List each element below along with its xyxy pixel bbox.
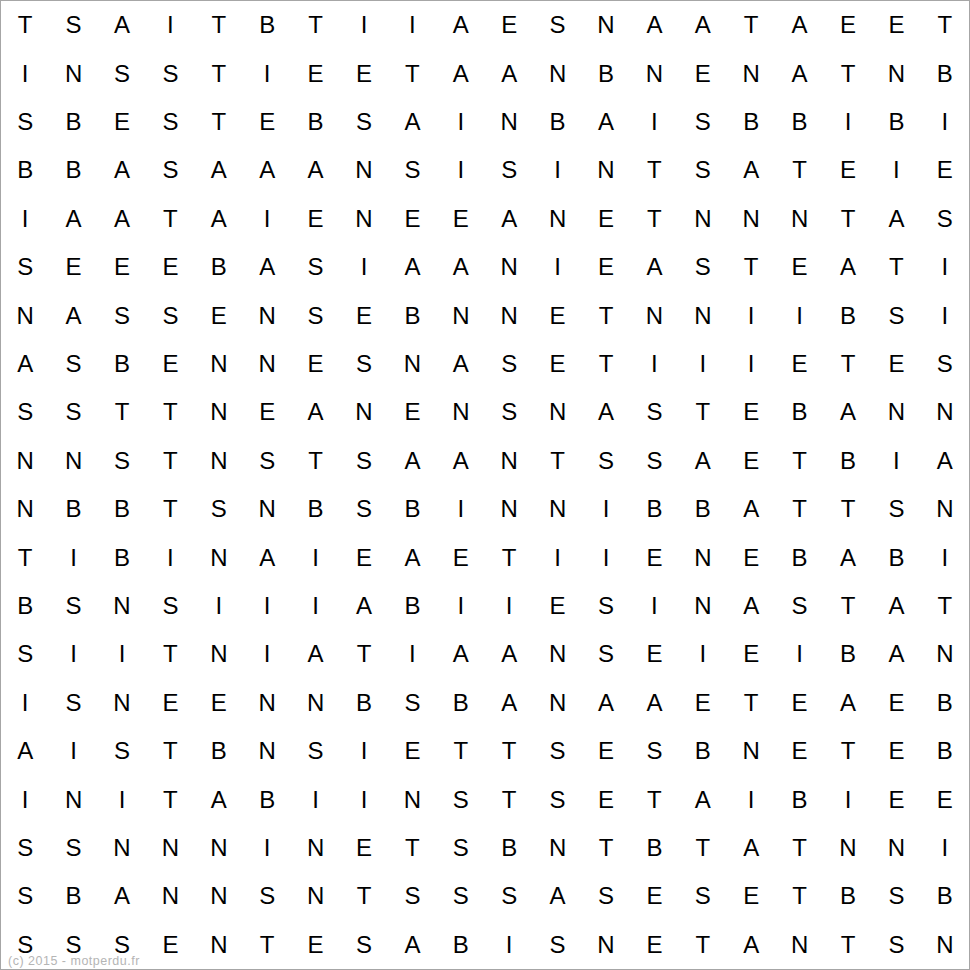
grid-cell[interactable]: S [437, 824, 485, 872]
grid-cell[interactable]: T [98, 388, 146, 436]
grid-cell[interactable]: T [291, 437, 339, 485]
grid-cell[interactable]: S [49, 582, 97, 630]
grid-cell[interactable]: B [437, 921, 485, 969]
grid-cell[interactable]: S [146, 98, 194, 146]
grid-cell[interactable]: T [437, 727, 485, 775]
grid-cell[interactable]: N [146, 872, 194, 920]
grid-cell[interactable]: T [485, 533, 533, 581]
grid-cell[interactable]: E [195, 679, 243, 727]
grid-cell[interactable]: A [98, 872, 146, 920]
grid-cell[interactable]: T [630, 195, 678, 243]
grid-cell[interactable]: N [921, 630, 969, 678]
grid-cell[interactable]: A [1, 727, 49, 775]
grid-cell[interactable]: I [1, 775, 49, 823]
grid-cell[interactable]: T [775, 437, 823, 485]
grid-cell[interactable]: T [485, 727, 533, 775]
grid-cell[interactable]: T [388, 49, 436, 97]
grid-cell[interactable]: I [727, 340, 775, 388]
grid-cell[interactable]: S [533, 775, 581, 823]
grid-cell[interactable]: A [872, 630, 920, 678]
grid-cell[interactable]: S [291, 291, 339, 339]
grid-cell[interactable]: B [630, 824, 678, 872]
grid-cell[interactable]: S [630, 437, 678, 485]
grid-cell[interactable]: E [533, 291, 581, 339]
grid-cell[interactable]: N [872, 49, 920, 97]
grid-cell[interactable]: S [49, 824, 97, 872]
grid-cell[interactable]: A [49, 195, 97, 243]
grid-cell[interactable]: A [388, 533, 436, 581]
grid-cell[interactable]: E [195, 291, 243, 339]
grid-cell[interactable]: I [921, 533, 969, 581]
grid-cell[interactable]: S [388, 872, 436, 920]
grid-cell[interactable]: S [582, 582, 630, 630]
grid-cell[interactable]: N [533, 485, 581, 533]
grid-cell[interactable]: A [291, 388, 339, 436]
grid-cell[interactable]: B [872, 98, 920, 146]
grid-cell[interactable]: B [1, 582, 49, 630]
grid-cell[interactable]: E [291, 49, 339, 97]
grid-cell[interactable]: E [582, 195, 630, 243]
grid-cell[interactable]: T [824, 921, 872, 969]
grid-cell[interactable]: E [388, 727, 436, 775]
grid-cell[interactable]: I [775, 630, 823, 678]
grid-cell[interactable]: S [388, 146, 436, 194]
grid-cell[interactable]: E [872, 727, 920, 775]
grid-cell[interactable]: A [727, 146, 775, 194]
grid-cell[interactable]: E [775, 727, 823, 775]
grid-cell[interactable]: S [340, 98, 388, 146]
grid-cell[interactable]: A [582, 679, 630, 727]
grid-cell[interactable]: T [146, 437, 194, 485]
grid-cell[interactable]: I [921, 98, 969, 146]
grid-cell[interactable]: E [775, 679, 823, 727]
grid-cell[interactable]: B [49, 485, 97, 533]
grid-cell[interactable]: I [775, 291, 823, 339]
grid-cell[interactable]: A [872, 582, 920, 630]
grid-cell[interactable]: B [679, 727, 727, 775]
grid-cell[interactable]: N [533, 630, 581, 678]
grid-cell[interactable]: B [98, 533, 146, 581]
grid-cell[interactable]: B [243, 775, 291, 823]
grid-cell[interactable]: S [1, 243, 49, 291]
grid-cell[interactable]: B [243, 1, 291, 49]
grid-cell[interactable]: E [630, 872, 678, 920]
grid-cell[interactable]: N [195, 921, 243, 969]
grid-cell[interactable]: I [49, 533, 97, 581]
grid-cell[interactable]: I [291, 775, 339, 823]
grid-cell[interactable]: A [437, 243, 485, 291]
grid-cell[interactable]: N [388, 340, 436, 388]
grid-cell[interactable]: T [533, 437, 581, 485]
grid-cell[interactable]: N [243, 679, 291, 727]
grid-cell[interactable]: S [533, 727, 581, 775]
grid-cell[interactable]: A [485, 630, 533, 678]
grid-cell[interactable]: S [146, 49, 194, 97]
grid-cell[interactable]: E [533, 582, 581, 630]
grid-cell[interactable]: N [485, 291, 533, 339]
grid-cell[interactable]: E [340, 49, 388, 97]
grid-cell[interactable]: N [49, 775, 97, 823]
grid-cell[interactable]: T [195, 49, 243, 97]
grid-cell[interactable]: E [582, 243, 630, 291]
grid-cell[interactable]: E [533, 340, 581, 388]
grid-cell[interactable]: E [146, 679, 194, 727]
grid-cell[interactable]: A [243, 243, 291, 291]
grid-cell[interactable]: B [49, 98, 97, 146]
grid-cell[interactable]: A [630, 243, 678, 291]
grid-cell[interactable]: T [243, 921, 291, 969]
grid-cell[interactable]: A [727, 824, 775, 872]
grid-cell[interactable]: S [533, 921, 581, 969]
grid-cell[interactable]: T [146, 388, 194, 436]
grid-cell[interactable]: S [1, 630, 49, 678]
grid-cell[interactable]: T [775, 872, 823, 920]
grid-cell[interactable]: T [146, 727, 194, 775]
grid-cell[interactable]: S [1, 872, 49, 920]
grid-cell[interactable]: S [872, 485, 920, 533]
grid-cell[interactable]: I [921, 824, 969, 872]
grid-cell[interactable]: A [291, 630, 339, 678]
grid-cell[interactable]: I [630, 340, 678, 388]
grid-cell[interactable]: I [679, 340, 727, 388]
grid-cell[interactable]: A [98, 195, 146, 243]
grid-cell[interactable]: S [146, 291, 194, 339]
grid-cell[interactable]: T [630, 146, 678, 194]
grid-cell[interactable]: A [437, 49, 485, 97]
grid-cell[interactable]: E [98, 98, 146, 146]
grid-cell[interactable]: I [243, 630, 291, 678]
grid-cell[interactable]: T [775, 485, 823, 533]
grid-cell[interactable]: I [533, 243, 581, 291]
grid-cell[interactable]: T [1, 1, 49, 49]
grid-cell[interactable]: B [98, 340, 146, 388]
grid-cell[interactable]: S [98, 727, 146, 775]
grid-cell[interactable]: S [582, 872, 630, 920]
grid-cell[interactable]: I [485, 582, 533, 630]
grid-cell[interactable]: A [437, 340, 485, 388]
grid-cell[interactable]: S [485, 340, 533, 388]
grid-cell[interactable]: E [727, 388, 775, 436]
grid-cell[interactable]: S [630, 388, 678, 436]
grid-cell[interactable]: N [727, 727, 775, 775]
grid-cell[interactable]: B [49, 146, 97, 194]
grid-cell[interactable]: A [243, 146, 291, 194]
grid-cell[interactable]: I [243, 49, 291, 97]
grid-cell[interactable]: S [340, 437, 388, 485]
grid-cell[interactable]: N [775, 195, 823, 243]
grid-cell[interactable]: N [582, 921, 630, 969]
grid-cell[interactable]: B [775, 98, 823, 146]
grid-cell[interactable]: B [533, 98, 581, 146]
grid-cell[interactable]: A [727, 582, 775, 630]
grid-cell[interactable]: B [824, 291, 872, 339]
grid-cell[interactable]: S [679, 872, 727, 920]
grid-cell[interactable]: E [679, 679, 727, 727]
grid-cell[interactable]: S [340, 340, 388, 388]
grid-cell[interactable]: I [243, 582, 291, 630]
grid-cell[interactable]: T [679, 921, 727, 969]
grid-cell[interactable]: B [921, 679, 969, 727]
grid-cell[interactable]: A [582, 388, 630, 436]
grid-cell[interactable]: T [340, 630, 388, 678]
grid-cell[interactable]: N [727, 49, 775, 97]
grid-cell[interactable]: N [679, 533, 727, 581]
grid-cell[interactable]: B [824, 872, 872, 920]
grid-cell[interactable]: A [437, 437, 485, 485]
grid-cell[interactable]: T [679, 388, 727, 436]
grid-cell[interactable]: I [921, 243, 969, 291]
grid-cell[interactable]: S [1, 824, 49, 872]
grid-cell[interactable]: E [727, 533, 775, 581]
grid-cell[interactable]: B [485, 824, 533, 872]
grid-cell[interactable]: N [533, 388, 581, 436]
grid-cell[interactable]: N [921, 921, 969, 969]
grid-cell[interactable]: S [98, 49, 146, 97]
grid-cell[interactable]: I [146, 1, 194, 49]
grid-cell[interactable]: S [485, 872, 533, 920]
grid-cell[interactable]: I [146, 533, 194, 581]
grid-cell[interactable]: N [630, 49, 678, 97]
grid-cell[interactable]: B [195, 243, 243, 291]
grid-cell[interactable]: A [485, 679, 533, 727]
grid-cell[interactable]: N [291, 872, 339, 920]
grid-cell[interactable]: S [485, 146, 533, 194]
grid-cell[interactable]: I [49, 727, 97, 775]
grid-cell[interactable]: A [824, 679, 872, 727]
grid-cell[interactable]: A [98, 146, 146, 194]
grid-cell[interactable]: A [388, 98, 436, 146]
grid-cell[interactable]: N [485, 98, 533, 146]
grid-cell[interactable]: E [291, 195, 339, 243]
grid-cell[interactable]: T [727, 679, 775, 727]
grid-cell[interactable]: A [872, 195, 920, 243]
grid-cell[interactable]: B [630, 485, 678, 533]
grid-cell[interactable]: S [98, 921, 146, 969]
grid-cell[interactable]: T [146, 630, 194, 678]
grid-cell[interactable]: I [824, 775, 872, 823]
grid-cell[interactable]: A [824, 388, 872, 436]
grid-cell[interactable]: E [872, 340, 920, 388]
grid-cell[interactable]: S [291, 727, 339, 775]
grid-cell[interactable]: N [49, 49, 97, 97]
grid-cell[interactable]: B [195, 727, 243, 775]
grid-cell[interactable]: I [388, 630, 436, 678]
grid-cell[interactable]: N [485, 437, 533, 485]
grid-cell[interactable]: N [485, 485, 533, 533]
grid-cell[interactable]: T [582, 291, 630, 339]
grid-cell[interactable]: I [727, 775, 775, 823]
grid-cell[interactable]: E [388, 388, 436, 436]
grid-cell[interactable]: S [49, 1, 97, 49]
grid-cell[interactable]: I [388, 1, 436, 49]
grid-cell[interactable]: E [872, 679, 920, 727]
grid-cell[interactable]: T [582, 824, 630, 872]
grid-cell[interactable]: N [291, 824, 339, 872]
grid-cell[interactable]: B [437, 679, 485, 727]
grid-cell[interactable]: S [146, 146, 194, 194]
grid-cell[interactable]: S [872, 921, 920, 969]
grid-cell[interactable]: N [340, 388, 388, 436]
grid-cell[interactable]: E [485, 1, 533, 49]
grid-cell[interactable]: A [388, 921, 436, 969]
grid-cell[interactable]: T [485, 775, 533, 823]
grid-cell[interactable]: B [727, 98, 775, 146]
grid-cell[interactable]: A [437, 630, 485, 678]
grid-cell[interactable]: S [1, 98, 49, 146]
grid-cell[interactable]: N [437, 388, 485, 436]
grid-cell[interactable]: I [1, 195, 49, 243]
grid-cell[interactable]: I [533, 146, 581, 194]
grid-cell[interactable]: T [775, 824, 823, 872]
grid-cell[interactable]: S [340, 921, 388, 969]
grid-cell[interactable]: A [388, 243, 436, 291]
grid-cell[interactable]: S [49, 921, 97, 969]
grid-cell[interactable]: T [872, 243, 920, 291]
grid-cell[interactable]: N [98, 679, 146, 727]
grid-cell[interactable]: A [195, 775, 243, 823]
grid-cell[interactable]: A [824, 533, 872, 581]
grid-cell[interactable]: E [291, 921, 339, 969]
grid-cell[interactable]: T [582, 340, 630, 388]
grid-cell[interactable]: E [679, 49, 727, 97]
grid-cell[interactable]: A [485, 49, 533, 97]
grid-cell[interactable]: T [388, 824, 436, 872]
grid-cell[interactable]: T [824, 582, 872, 630]
grid-cell[interactable]: A [679, 437, 727, 485]
grid-cell[interactable]: N [146, 824, 194, 872]
grid-cell[interactable]: S [437, 872, 485, 920]
grid-cell[interactable]: I [824, 98, 872, 146]
grid-cell[interactable]: E [49, 243, 97, 291]
grid-cell[interactable]: N [533, 824, 581, 872]
grid-cell[interactable]: E [582, 775, 630, 823]
grid-cell[interactable]: A [533, 872, 581, 920]
grid-cell[interactable]: B [921, 872, 969, 920]
grid-cell[interactable]: A [630, 1, 678, 49]
grid-cell[interactable]: T [340, 872, 388, 920]
grid-cell[interactable]: E [727, 872, 775, 920]
grid-cell[interactable]: E [98, 243, 146, 291]
grid-cell[interactable]: S [679, 98, 727, 146]
grid-cell[interactable]: N [872, 824, 920, 872]
grid-cell[interactable]: I [1, 679, 49, 727]
grid-cell[interactable]: E [872, 775, 920, 823]
grid-cell[interactable]: N [727, 195, 775, 243]
grid-cell[interactable]: T [630, 775, 678, 823]
grid-cell[interactable]: S [340, 485, 388, 533]
grid-cell[interactable]: A [1, 340, 49, 388]
grid-cell[interactable]: I [437, 582, 485, 630]
grid-cell[interactable]: A [727, 485, 775, 533]
grid-cell[interactable]: B [49, 872, 97, 920]
grid-cell[interactable]: E [630, 533, 678, 581]
grid-cell[interactable]: A [679, 1, 727, 49]
grid-cell[interactable]: T [679, 824, 727, 872]
grid-cell[interactable]: I [243, 824, 291, 872]
grid-cell[interactable]: I [727, 291, 775, 339]
grid-cell[interactable]: T [727, 243, 775, 291]
grid-cell[interactable]: E [437, 195, 485, 243]
grid-cell[interactable]: S [533, 1, 581, 49]
grid-cell[interactable]: N [195, 437, 243, 485]
grid-cell[interactable]: I [243, 195, 291, 243]
grid-cell[interactable]: E [388, 195, 436, 243]
grid-cell[interactable]: I [630, 582, 678, 630]
grid-cell[interactable]: E [243, 388, 291, 436]
grid-cell[interactable]: A [98, 1, 146, 49]
grid-cell[interactable]: S [582, 630, 630, 678]
grid-cell[interactable]: E [630, 630, 678, 678]
grid-cell[interactable]: I [340, 1, 388, 49]
grid-cell[interactable]: S [775, 582, 823, 630]
grid-cell[interactable]: T [921, 582, 969, 630]
grid-cell[interactable]: N [49, 437, 97, 485]
grid-cell[interactable]: N [775, 921, 823, 969]
grid-cell[interactable]: N [195, 533, 243, 581]
grid-cell[interactable]: T [921, 1, 969, 49]
grid-cell[interactable]: T [824, 727, 872, 775]
grid-cell[interactable]: T [824, 340, 872, 388]
grid-cell[interactable]: B [388, 485, 436, 533]
grid-cell[interactable]: E [824, 146, 872, 194]
grid-cell[interactable]: I [1, 49, 49, 97]
grid-cell[interactable]: A [630, 679, 678, 727]
grid-cell[interactable]: A [775, 49, 823, 97]
grid-cell[interactable]: N [388, 775, 436, 823]
grid-cell[interactable]: E [340, 291, 388, 339]
grid-cell[interactable]: N [485, 243, 533, 291]
grid-cell[interactable]: B [824, 437, 872, 485]
grid-cell[interactable]: N [98, 582, 146, 630]
grid-cell[interactable]: I [630, 98, 678, 146]
grid-cell[interactable]: E [146, 921, 194, 969]
grid-cell[interactable]: S [630, 727, 678, 775]
grid-cell[interactable]: S [49, 340, 97, 388]
grid-cell[interactable]: S [437, 775, 485, 823]
grid-cell[interactable]: S [1, 388, 49, 436]
grid-cell[interactable]: N [921, 485, 969, 533]
grid-cell[interactable]: T [195, 1, 243, 49]
grid-cell[interactable]: E [921, 775, 969, 823]
grid-cell[interactable]: A [679, 775, 727, 823]
grid-cell[interactable]: S [146, 582, 194, 630]
grid-cell[interactable]: I [291, 533, 339, 581]
grid-cell[interactable]: N [582, 1, 630, 49]
grid-cell[interactable]: I [582, 485, 630, 533]
grid-cell[interactable]: N [437, 291, 485, 339]
grid-cell[interactable]: N [533, 195, 581, 243]
grid-cell[interactable]: I [291, 582, 339, 630]
grid-cell[interactable]: B [388, 582, 436, 630]
grid-cell[interactable]: I [872, 437, 920, 485]
grid-cell[interactable]: N [824, 824, 872, 872]
grid-cell[interactable]: N [533, 679, 581, 727]
grid-cell[interactable]: S [243, 437, 291, 485]
grid-cell[interactable]: I [485, 921, 533, 969]
grid-cell[interactable]: N [679, 582, 727, 630]
grid-cell[interactable]: S [388, 679, 436, 727]
grid-cell[interactable]: N [1, 437, 49, 485]
grid-cell[interactable]: B [775, 775, 823, 823]
grid-cell[interactable]: S [872, 872, 920, 920]
grid-cell[interactable]: B [921, 49, 969, 97]
grid-cell[interactable]: N [340, 146, 388, 194]
grid-cell[interactable]: T [824, 485, 872, 533]
grid-cell[interactable]: N [630, 291, 678, 339]
grid-cell[interactable]: A [775, 1, 823, 49]
grid-cell[interactable]: I [582, 533, 630, 581]
grid-cell[interactable]: T [775, 146, 823, 194]
